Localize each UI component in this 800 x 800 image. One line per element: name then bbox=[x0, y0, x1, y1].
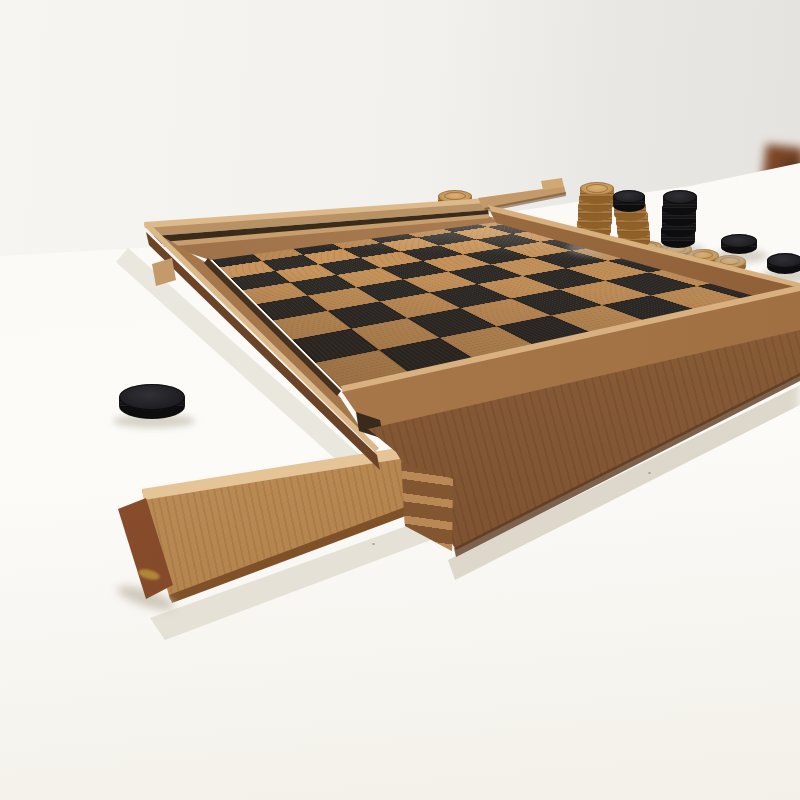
dust-speck bbox=[372, 543, 375, 545]
dark-checker-table-1 bbox=[721, 234, 757, 254]
photo-vintage-checkers-box: { "game": "checkers (draughts)", "scene"… bbox=[0, 0, 800, 800]
dark-checker-stack-disc-4 bbox=[663, 190, 697, 215]
mixed-checker-stack-disc-5 bbox=[613, 190, 645, 212]
dust-speck bbox=[648, 472, 651, 474]
light-checker-stack-disc-6 bbox=[580, 182, 614, 204]
dark-checker-left-of-board bbox=[119, 384, 185, 419]
dark-checker-table-2 bbox=[767, 253, 800, 274]
